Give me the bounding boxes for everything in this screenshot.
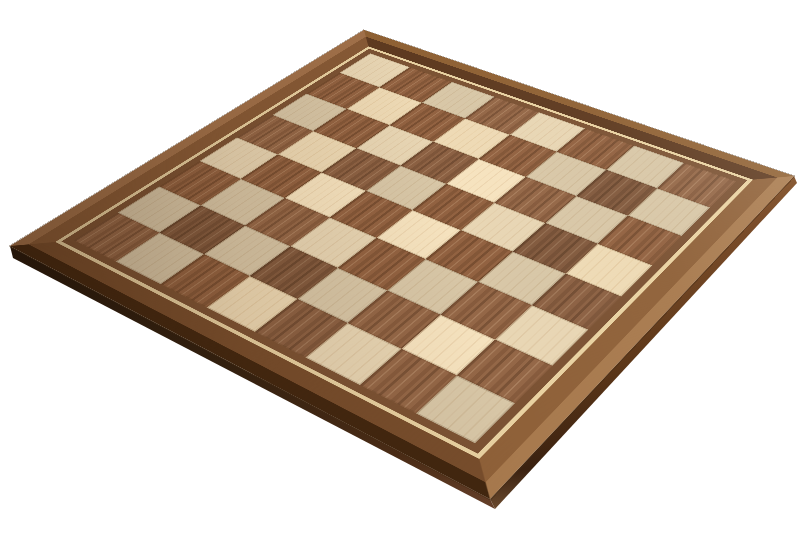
product-photo bbox=[0, 0, 800, 533]
